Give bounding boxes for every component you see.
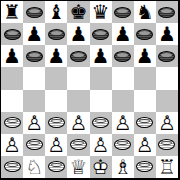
square-e1[interactable]: ♚♔ [90,156,112,178]
checker-disc-top [7,163,18,167]
black-bishop[interactable]: ♝ [45,1,67,23]
square-c6[interactable]: ♟ [45,45,67,67]
white-pawn[interactable]: ♟♙ [45,134,67,156]
square-e5[interactable] [90,67,112,89]
black-checker-disc[interactable] [4,29,21,40]
checker-disc-top [51,31,62,35]
square-h2[interactable] [156,134,178,156]
white-knight-outline-glyph: ♘ [23,156,45,178]
white-pawn-outline-glyph: ♙ [23,112,45,134]
square-h6[interactable] [156,45,178,67]
black-checker-disc[interactable] [70,51,87,62]
square-d8[interactable]: ♚ [67,1,89,23]
white-checker-disc[interactable] [48,117,65,128]
square-d7[interactable]: ♟ [67,23,89,45]
black-checker-disc[interactable] [48,29,65,40]
square-b8[interactable] [23,1,45,23]
black-checker-disc[interactable] [114,7,131,18]
square-b7[interactable]: ♟ [23,23,45,45]
square-f7[interactable]: ♟ [112,23,134,45]
checker-disc-top [117,141,128,145]
checker-disc-top [7,119,18,123]
square-b1[interactable]: ♞♘ [23,156,45,178]
square-c3[interactable] [45,112,67,134]
white-pawn-outline-glyph: ♙ [134,134,156,156]
black-pawn[interactable]: ♟ [1,45,23,67]
square-f6[interactable] [112,45,134,67]
checker-disc-top [95,119,106,123]
white-checker-disc[interactable] [70,139,87,150]
black-queen-glyph: ♛ [90,1,112,23]
white-queen-outline-glyph: ♕ [67,156,89,178]
square-h5[interactable] [156,67,178,89]
white-pawn-outline-glyph: ♙ [67,112,89,134]
square-a2[interactable]: ♟♙ [1,134,23,156]
white-pawn-outline-glyph: ♙ [156,112,178,134]
square-h7[interactable]: ♟ [156,23,178,45]
white-pawn[interactable]: ♟♙ [156,112,178,134]
checker-disc-top [29,9,40,13]
black-knight-glyph: ♞ [134,1,156,23]
white-pawn[interactable]: ♟♙ [1,134,23,156]
white-king-outline-glyph: ♔ [90,156,112,178]
white-checker-disc[interactable] [4,117,21,128]
checker-disc-top [73,141,84,145]
black-pawn[interactable]: ♟ [67,23,89,45]
square-h4[interactable] [156,90,178,112]
square-h1[interactable]: ♜♖ [156,156,178,178]
square-b2[interactable] [23,134,45,156]
black-bishop-glyph: ♝ [45,1,67,23]
black-pawn[interactable]: ♟ [134,45,156,67]
square-a5[interactable] [1,67,23,89]
white-checker-disc[interactable] [136,161,153,172]
square-c1[interactable] [45,156,67,178]
white-pawn-outline-glyph: ♙ [45,134,67,156]
square-d6[interactable] [67,45,89,67]
white-pawn-outline-glyph: ♙ [90,134,112,156]
white-checker-disc[interactable] [92,117,109,128]
square-h8[interactable] [156,1,178,23]
black-rook[interactable]: ♜ [1,1,23,23]
checker-disc-top [139,31,150,35]
black-queen[interactable]: ♛ [90,1,112,23]
black-king[interactable]: ♚ [67,1,89,23]
square-c8[interactable]: ♝ [45,1,67,23]
square-g7[interactable] [134,23,156,45]
white-checker-disc[interactable] [48,161,65,172]
square-g1[interactable] [134,156,156,178]
square-g6[interactable]: ♟ [134,45,156,67]
black-checker-disc[interactable] [26,7,43,18]
checker-disc-top [29,53,40,57]
black-rook-glyph: ♜ [1,1,23,23]
square-e7[interactable] [90,23,112,45]
square-a1[interactable] [1,156,23,178]
square-e8[interactable]: ♛ [90,1,112,23]
black-checker-disc[interactable] [114,51,131,62]
square-b4[interactable] [23,90,45,112]
square-c2[interactable]: ♟♙ [45,134,67,156]
square-f8[interactable] [112,1,134,23]
square-f5[interactable] [112,67,134,89]
checker-disc-top [161,141,172,145]
white-checker-disc[interactable] [114,139,131,150]
black-pawn-glyph: ♟ [1,45,23,67]
square-g4[interactable] [134,90,156,112]
checker-disc-top [7,31,18,35]
square-e3[interactable] [90,112,112,134]
square-g5[interactable] [134,67,156,89]
checker-disc-top [139,119,150,123]
white-rook[interactable]: ♜♖ [156,156,178,178]
black-pawn-glyph: ♟ [45,45,67,67]
white-knight[interactable]: ♞♘ [23,156,45,178]
square-g2[interactable]: ♟♙ [134,134,156,156]
square-g8[interactable]: ♞ [134,1,156,23]
square-f2[interactable] [112,134,134,156]
black-pawn-glyph: ♟ [156,23,178,45]
square-d5[interactable] [67,67,89,89]
square-b3[interactable]: ♟♙ [23,112,45,134]
square-c4[interactable] [45,90,67,112]
square-a7[interactable] [1,23,23,45]
black-pawn-glyph: ♟ [134,45,156,67]
square-a8[interactable]: ♜ [1,1,23,23]
checker-disc-top [161,9,172,13]
white-pawn[interactable]: ♟♙ [23,112,45,134]
white-rook-outline-glyph: ♖ [156,156,178,178]
square-a6[interactable]: ♟ [1,45,23,67]
black-king-glyph: ♚ [67,1,89,23]
square-e4[interactable] [90,90,112,112]
black-checker-disc[interactable] [158,7,175,18]
square-e2[interactable]: ♟♙ [90,134,112,156]
white-pawn[interactable]: ♟♙ [134,134,156,156]
square-f3[interactable]: ♟♙ [112,112,134,134]
square-d2[interactable] [67,134,89,156]
square-d3[interactable]: ♟♙ [67,112,89,134]
checker-disc-top [95,31,106,35]
white-checker-disc[interactable] [26,139,43,150]
white-pawn-outline-glyph: ♙ [112,112,134,134]
black-checker-disc[interactable] [92,29,109,40]
black-checker-disc[interactable] [26,51,43,62]
square-c7[interactable] [45,23,67,45]
black-checker-disc[interactable] [136,29,153,40]
white-checker-disc[interactable] [4,161,21,172]
square-a4[interactable] [1,90,23,112]
white-checker-disc[interactable] [158,139,175,150]
white-pawn[interactable]: ♟♙ [90,134,112,156]
black-pawn-glyph: ♟ [23,23,45,45]
black-checker-disc[interactable] [158,51,175,62]
checker-disc-top [139,163,150,167]
white-pawn-outline-glyph: ♙ [1,134,23,156]
chess-board: ♜♝♚♛♞♟♟♟♟♟♟♟♟♟♙♟♙♟♙♟♙♟♙♟♙♟♙♟♙♞♘♛♕♚♔♝♗♜♖ [0,0,180,180]
white-bishop-outline-glyph: ♗ [112,156,134,178]
square-d1[interactable]: ♛♕ [67,156,89,178]
square-c5[interactable] [45,67,67,89]
square-b6[interactable] [23,45,45,67]
black-pawn-glyph: ♟ [112,23,134,45]
white-king[interactable]: ♚♔ [90,156,112,178]
square-a3[interactable] [1,112,23,134]
black-pawn-glyph: ♟ [67,23,89,45]
black-pawn[interactable]: ♟ [112,23,134,45]
checker-disc-top [117,9,128,13]
white-pawn[interactable]: ♟♙ [67,112,89,134]
square-f1[interactable]: ♝♗ [112,156,134,178]
square-e6[interactable]: ♟ [90,45,112,67]
square-b5[interactable] [23,67,45,89]
square-h3[interactable]: ♟♙ [156,112,178,134]
checker-disc-top [51,119,62,123]
checker-disc-top [29,141,40,145]
square-g3[interactable] [134,112,156,134]
checker-disc-top [73,53,84,57]
white-queen[interactable]: ♛♕ [67,156,89,178]
black-knight[interactable]: ♞ [134,1,156,23]
black-pawn[interactable]: ♟ [156,23,178,45]
black-pawn[interactable]: ♟ [90,45,112,67]
checker-disc-top [117,53,128,57]
checker-disc-top [161,53,172,57]
white-checker-disc[interactable] [136,117,153,128]
black-pawn-glyph: ♟ [90,45,112,67]
white-bishop[interactable]: ♝♗ [112,156,134,178]
checker-disc-top [51,163,62,167]
black-pawn[interactable]: ♟ [45,45,67,67]
white-pawn[interactable]: ♟♙ [112,112,134,134]
square-f4[interactable] [112,90,134,112]
square-d4[interactable] [67,90,89,112]
black-pawn[interactable]: ♟ [23,23,45,45]
